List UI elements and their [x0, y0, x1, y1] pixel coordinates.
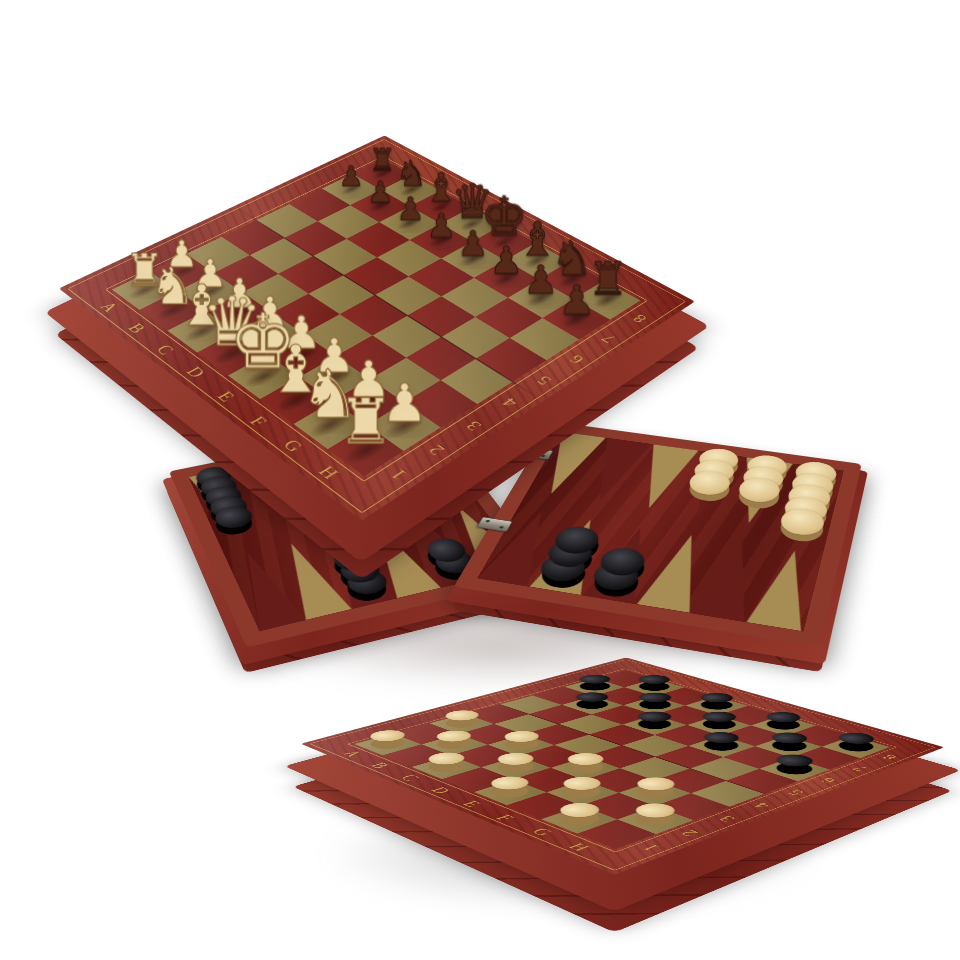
rank-label-7: 7: [598, 332, 618, 345]
rank-label-2: 2: [425, 442, 448, 457]
rank-label-4: 4: [498, 396, 520, 410]
product-photo-scene: ABCDEFGH12345678 ABCDEFGH12345678♜♜♞♞♝♝♛…: [0, 0, 960, 960]
black-backgammon-checker: [212, 511, 256, 539]
rank-label-6: 6: [566, 352, 587, 365]
white-rook-glyph: ♜: [309, 393, 423, 451]
rank-label-6: 6: [817, 776, 839, 784]
file-label-g: G: [528, 826, 556, 837]
rank-label-1: 1: [386, 467, 410, 483]
backgammon-point-near-6: [747, 547, 821, 631]
file-label-e: E: [460, 799, 486, 808]
file-label-f: F: [246, 413, 270, 428]
file-label-c: C: [397, 773, 423, 782]
rank-label-1: 1: [638, 843, 663, 853]
file-label-f: F: [493, 813, 518, 822]
rank-label-7: 7: [849, 765, 870, 772]
file-label-e: E: [214, 389, 238, 404]
checkers-board: ABCDEFGH12345678: [301, 657, 944, 874]
file-label-h: H: [565, 841, 594, 852]
rank-label-3: 3: [462, 418, 484, 433]
file-label-d: D: [428, 786, 455, 795]
file-label-d: D: [183, 364, 208, 380]
file-label-a: A: [340, 750, 365, 758]
black-pawn-glyph: ♟: [525, 281, 627, 319]
rank-label-5: 5: [533, 374, 554, 388]
rank-label-8: 8: [629, 312, 649, 324]
file-label-a: A: [97, 300, 121, 314]
file-label-c: C: [154, 343, 178, 357]
rank-label-4: 4: [750, 801, 773, 809]
file-label-g: G: [280, 437, 307, 455]
rank-label-8: 8: [879, 754, 900, 761]
file-label-b: B: [125, 321, 149, 335]
file-label-b: B: [368, 761, 393, 769]
rank-label-5: 5: [784, 789, 806, 797]
rank-label-2: 2: [677, 828, 701, 837]
file-label-h: H: [315, 463, 342, 481]
checkers-board-face: ABCDEFGH12345678: [301, 657, 944, 874]
rank-label-3: 3: [714, 815, 738, 824]
